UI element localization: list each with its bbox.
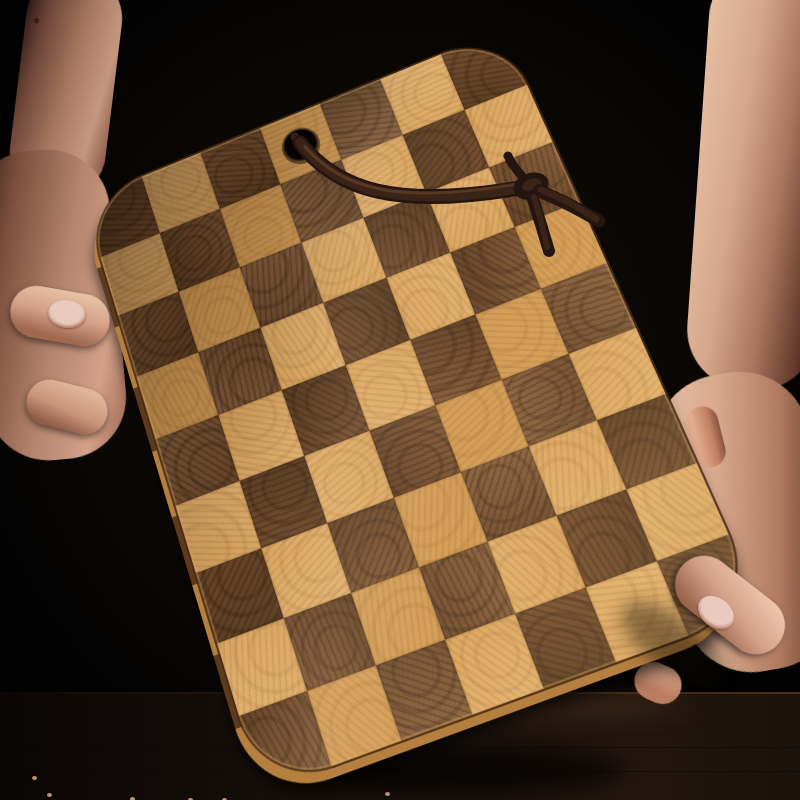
crumb <box>32 776 37 780</box>
scene <box>0 0 800 800</box>
crumb <box>47 793 52 797</box>
crumb <box>385 792 390 796</box>
skin-mole <box>34 18 39 23</box>
